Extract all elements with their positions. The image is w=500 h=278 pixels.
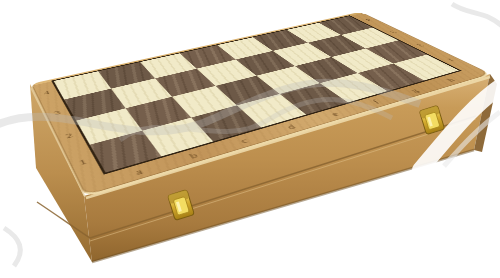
product-photo-chess-case: 4321 4321 abcdefgh	[0, 0, 500, 278]
